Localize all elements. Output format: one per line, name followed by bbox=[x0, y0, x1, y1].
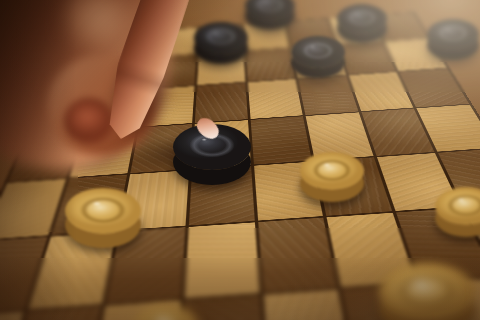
checker-piece-black-1[interactable] bbox=[194, 22, 248, 64]
checker-piece-black-5[interactable] bbox=[427, 19, 479, 60]
board-square-r3c6[interactable] bbox=[298, 76, 358, 115]
checker-piece-black-4[interactable] bbox=[291, 36, 345, 78]
black-checker-top bbox=[101, 63, 159, 97]
checker-piece-light-5[interactable] bbox=[379, 263, 475, 320]
board-square-r2c1[interactable] bbox=[46, 61, 104, 96]
black-checker-top bbox=[245, 0, 295, 21]
checker-piece-black-7-pressed[interactable] bbox=[173, 124, 251, 185]
checker-piece-black-6[interactable] bbox=[101, 63, 159, 108]
light-checker-top bbox=[65, 188, 141, 234]
board-square-r3c4[interactable] bbox=[195, 83, 248, 123]
black-checker-top bbox=[427, 19, 479, 50]
checker-piece-light-2[interactable] bbox=[65, 188, 141, 248]
light-checker-top bbox=[134, 305, 198, 320]
checker-piece-light-1[interactable] bbox=[52, 110, 114, 158]
light-checker-top bbox=[300, 152, 364, 190]
black-checker-top bbox=[291, 36, 345, 68]
checker-piece-light-4[interactable] bbox=[435, 187, 480, 237]
board-square-r1c3[interactable] bbox=[152, 28, 198, 57]
board-square-r1c2[interactable] bbox=[106, 31, 155, 60]
board-square-r7c1[interactable] bbox=[0, 311, 23, 320]
black-checker-top bbox=[337, 4, 387, 34]
black-checker-top bbox=[194, 22, 248, 54]
board-square-r1c1[interactable] bbox=[60, 34, 113, 64]
light-checker-top bbox=[52, 110, 114, 146]
checker-piece-black-2[interactable] bbox=[245, 0, 295, 30]
black-checker-top bbox=[173, 124, 251, 170]
board-square-r6c4[interactable] bbox=[184, 222, 259, 298]
checker-piece-light-3[interactable] bbox=[300, 152, 364, 202]
board-square-r3c5[interactable] bbox=[247, 79, 302, 119]
light-checker-top bbox=[435, 187, 480, 225]
checker-piece-light-6[interactable] bbox=[134, 305, 198, 320]
board-square-r6c5[interactable] bbox=[258, 218, 338, 293]
board-square-r2c5[interactable] bbox=[245, 48, 295, 82]
checkers-photo-scene bbox=[0, 0, 480, 320]
light-checker-top bbox=[379, 263, 475, 320]
